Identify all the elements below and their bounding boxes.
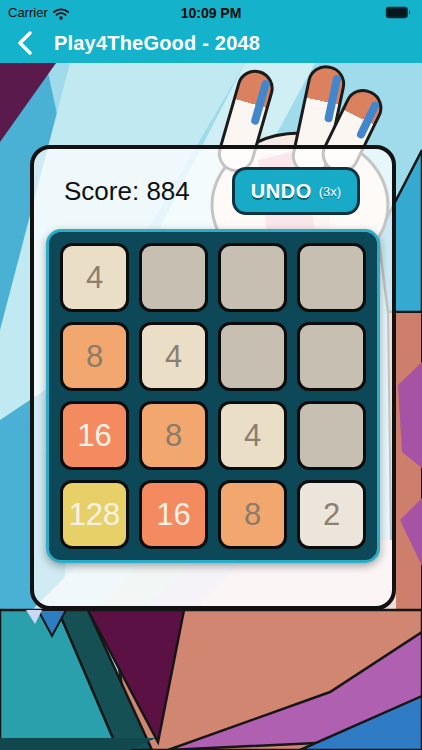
tile-8-r3c2: 8 <box>139 401 208 470</box>
back-button[interactable] <box>18 32 34 54</box>
undo-uses-left: (3x) <box>319 184 341 199</box>
empty-cell-r3c4 <box>297 401 366 470</box>
tile-4-r2c2: 4 <box>139 322 208 391</box>
empty-cell-r1c4 <box>297 243 366 312</box>
status-bar: Carrier 10:09 PM <box>0 0 422 23</box>
tile-8-r2c1: 8 <box>60 322 129 391</box>
score-label: Score: <box>64 176 139 206</box>
score-value: 884 <box>146 176 189 206</box>
tile-8-r4c3: 8 <box>218 480 287 549</box>
empty-cell-r2c4 <box>297 322 366 391</box>
card-header: Score: 884 UNDO (3x) <box>34 149 392 221</box>
empty-cell-r1c2 <box>139 243 208 312</box>
score-display: Score: 884 <box>64 176 190 207</box>
tile-128-r4c1: 128 <box>60 480 129 549</box>
undo-button[interactable]: UNDO (3x) <box>232 167 360 215</box>
empty-cell-r2c3 <box>218 322 287 391</box>
app-screen: Carrier 10:09 PM Play4TheGood <box>0 0 422 750</box>
board-grid[interactable]: 48416841281682 <box>46 229 380 563</box>
tile-2-r4c4: 2 <box>297 480 366 549</box>
tile-4-r1c1: 4 <box>60 243 129 312</box>
tile-16-r4c2: 16 <box>139 480 208 549</box>
nav-bar: Play4TheGood - 2048 <box>0 23 422 63</box>
chevron-left-icon <box>18 31 32 55</box>
undo-label: UNDO <box>251 180 312 203</box>
page-title: Play4TheGood - 2048 <box>54 32 260 55</box>
status-time: 10:09 PM <box>0 5 422 21</box>
tile-16-r3c1: 16 <box>60 401 129 470</box>
game-card: Score: 884 UNDO (3x) 48416841281682 <box>30 145 396 610</box>
tile-4-r3c3: 4 <box>218 401 287 470</box>
empty-cell-r1c3 <box>218 243 287 312</box>
top-bar: Carrier 10:09 PM Play4TheGood <box>0 0 422 63</box>
